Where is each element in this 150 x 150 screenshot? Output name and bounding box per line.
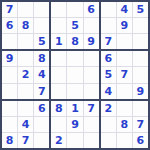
cell-r1c3[interactable] [34, 2, 49, 17]
box-1: 7685 [2, 2, 49, 49]
cell-r9c8[interactable] [117, 133, 132, 148]
cell-r9c5[interactable] [67, 133, 82, 148]
cell-r8c1[interactable] [2, 117, 17, 132]
cell-r7c1[interactable] [2, 101, 17, 116]
cell-r3c2[interactable] [18, 34, 33, 49]
cell-r3c3[interactable]: 5 [34, 34, 49, 49]
cell-r9c7[interactable] [101, 133, 116, 148]
cell-r2c3[interactable] [34, 18, 49, 33]
cell-r3c5[interactable]: 8 [67, 34, 82, 49]
cell-r8c4[interactable] [51, 117, 66, 132]
cell-r2c1[interactable]: 6 [2, 18, 17, 33]
cell-r4c4[interactable] [51, 51, 66, 66]
cell-r4c9[interactable] [133, 51, 148, 66]
cell-r9c6[interactable] [84, 133, 99, 148]
cell-r4c1[interactable]: 9 [2, 51, 17, 66]
cell-r2c2[interactable]: 8 [18, 18, 33, 33]
cell-r6c6[interactable] [84, 84, 99, 99]
cell-r3c8[interactable] [117, 34, 132, 49]
cell-r1c5[interactable] [67, 2, 82, 17]
cell-r5c3[interactable]: 4 [34, 67, 49, 82]
box-6: 65749 [101, 51, 148, 98]
cell-r7c7[interactable]: 2 [101, 101, 116, 116]
cell-r4c2[interactable] [18, 51, 33, 66]
box-5 [51, 51, 98, 98]
cell-r7c6[interactable]: 7 [84, 101, 99, 116]
cell-r6c1[interactable] [2, 84, 17, 99]
box-3: 4597 [101, 2, 148, 49]
cell-r9c1[interactable]: 8 [2, 133, 17, 148]
cell-r2c9[interactable] [133, 18, 148, 33]
cell-r8c3[interactable] [34, 117, 49, 132]
cell-r8c8[interactable]: 8 [117, 117, 132, 132]
cell-r2c4[interactable] [51, 18, 66, 33]
box-9: 2876 [101, 101, 148, 148]
cell-r3c7[interactable]: 7 [101, 34, 116, 49]
cell-r9c4[interactable]: 2 [51, 133, 66, 148]
cell-r8c5[interactable]: 9 [67, 117, 82, 132]
cell-r5c5[interactable] [67, 67, 82, 82]
cell-r6c2[interactable] [18, 84, 33, 99]
cell-r5c6[interactable] [84, 67, 99, 82]
cell-r7c8[interactable] [117, 101, 132, 116]
cell-r7c5[interactable]: 1 [67, 101, 82, 116]
cell-r6c3[interactable]: 7 [34, 84, 49, 99]
cell-r2c7[interactable] [101, 18, 116, 33]
cell-r2c6[interactable] [84, 18, 99, 33]
box-8: 81792 [51, 101, 98, 148]
cell-r8c7[interactable] [101, 117, 116, 132]
cell-r4c7[interactable]: 6 [101, 51, 116, 66]
cell-r8c9[interactable]: 7 [133, 117, 148, 132]
cell-r1c4[interactable] [51, 2, 66, 17]
cell-r6c7[interactable]: 4 [101, 84, 116, 99]
cell-r6c4[interactable] [51, 84, 66, 99]
box-2: 65189 [51, 2, 98, 49]
cell-r5c9[interactable] [133, 67, 148, 82]
cell-r1c9[interactable]: 5 [133, 2, 148, 17]
cell-r2c5[interactable]: 5 [67, 18, 82, 33]
cell-r1c1[interactable]: 7 [2, 2, 17, 17]
cell-r4c6[interactable] [84, 51, 99, 66]
cell-r1c6[interactable]: 6 [84, 2, 99, 17]
cell-r5c4[interactable] [51, 67, 66, 82]
cell-r7c4[interactable]: 8 [51, 101, 66, 116]
sudoku-board: 768565189459798247657496487817922876 [0, 0, 150, 150]
cell-r3c4[interactable]: 1 [51, 34, 66, 49]
box-4: 98247 [2, 51, 49, 98]
box-7: 6487 [2, 101, 49, 148]
cell-r1c2[interactable] [18, 2, 33, 17]
cell-r5c1[interactable] [2, 67, 17, 82]
cell-r6c9[interactable]: 9 [133, 84, 148, 99]
cell-r3c6[interactable]: 9 [84, 34, 99, 49]
cell-r9c3[interactable] [34, 133, 49, 148]
cell-r5c7[interactable]: 5 [101, 67, 116, 82]
cell-r9c9[interactable]: 6 [133, 133, 148, 148]
cell-r5c2[interactable]: 2 [18, 67, 33, 82]
cell-r1c8[interactable]: 4 [117, 2, 132, 17]
cell-r7c9[interactable] [133, 101, 148, 116]
cell-r1c7[interactable] [101, 2, 116, 17]
cell-r6c8[interactable] [117, 84, 132, 99]
cell-r8c2[interactable]: 4 [18, 117, 33, 132]
cell-r7c3[interactable]: 6 [34, 101, 49, 116]
cell-r2c8[interactable]: 9 [117, 18, 132, 33]
cell-r3c1[interactable] [2, 34, 17, 49]
cell-r7c2[interactable] [18, 101, 33, 116]
cell-r4c5[interactable] [67, 51, 82, 66]
cell-r8c6[interactable] [84, 117, 99, 132]
cell-r9c2[interactable]: 7 [18, 133, 33, 148]
cell-r3c9[interactable] [133, 34, 148, 49]
cell-r6c5[interactable] [67, 84, 82, 99]
cell-r4c8[interactable] [117, 51, 132, 66]
cell-r5c8[interactable]: 7 [117, 67, 132, 82]
cell-r4c3[interactable]: 8 [34, 51, 49, 66]
